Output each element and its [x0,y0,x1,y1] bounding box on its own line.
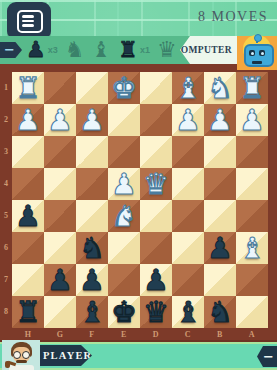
square-c6[interactable] [172,232,204,264]
square-d4[interactable]: ♛ [140,168,172,200]
rank-label-2: 2 [0,104,12,136]
square-g3[interactable] [44,136,76,168]
avatar-mustache [16,360,27,364]
square-g7[interactable]: ♟ [44,264,76,296]
square-c3[interactable] [172,136,204,168]
square-c2[interactable]: ♟ [172,104,204,136]
square-a7[interactable] [236,264,268,296]
square-b8[interactable]: ♞ [204,296,236,328]
square-h4[interactable] [12,168,44,200]
square-d1[interactable] [140,72,172,104]
square-b3[interactable] [204,136,236,168]
rank-label-3: 3 [0,136,12,168]
square-c7[interactable] [172,264,204,296]
hamburger-icon [17,10,43,33]
square-c1[interactable]: ♝ [172,72,204,104]
square-c5[interactable] [172,200,204,232]
piece-white-king-e1[interactable]: ♚ [108,72,140,104]
piece-white-pawn-a2[interactable]: ♟ [236,104,268,136]
piece-white-pawn-e4[interactable]: ♟ [108,168,140,200]
computer-score: − [4,42,15,58]
rank-label-6: 6 [0,232,12,264]
square-e2[interactable] [108,104,140,136]
captured-rook-icon: ♜ [118,36,138,64]
glasses-icon [22,351,30,359]
square-b7[interactable] [204,264,236,296]
piece-white-knight-b1[interactable]: ♞ [204,72,236,104]
square-d6[interactable] [140,232,172,264]
robot-antenna-ball [254,34,262,42]
move-counter: 8 MOVES [198,8,268,26]
robot-icon [244,44,274,67]
piece-black-rook-h8[interactable]: ♜ [12,296,44,328]
square-a1[interactable]: ♜ [236,72,268,104]
square-f5[interactable] [76,200,108,232]
file-label-f: F [76,328,108,342]
board-squares: ♜♚♝♞♜♟♟♟♟♟♟♟♛♟♞♞♟♝♟♟♟♜♝♚♛♝♞ [12,72,268,328]
square-h5[interactable]: ♟ [12,200,44,232]
menu-button[interactable] [7,2,51,40]
piece-black-pawn-b6[interactable]: ♟ [204,232,236,264]
piece-white-pawn-h2[interactable]: ♟ [12,104,44,136]
square-e4[interactable]: ♟ [108,168,140,200]
square-d2[interactable] [140,104,172,136]
avatar-shirt [9,365,34,370]
square-h8[interactable]: ♜ [12,296,44,328]
piece-black-pawn-f7[interactable]: ♟ [76,264,108,296]
captured-pawn-icon: ♟ [26,36,46,64]
piece-black-king-e8[interactable]: ♚ [108,296,140,328]
square-h1[interactable]: ♜ [12,72,44,104]
square-d7[interactable]: ♟ [140,264,172,296]
captured-queen-icon: ♛ [157,36,177,64]
square-a5[interactable] [236,200,268,232]
square-e1[interactable]: ♚ [108,72,140,104]
square-g5[interactable] [44,200,76,232]
piece-black-pawn-d7[interactable]: ♟ [140,264,172,296]
rank-label-4: 4 [0,168,12,200]
square-g8[interactable] [44,296,76,328]
square-a8[interactable] [236,296,268,328]
square-h2[interactable]: ♟ [12,104,44,136]
piece-black-bishop-f8[interactable]: ♝ [76,296,108,328]
square-f2[interactable]: ♟ [76,104,108,136]
square-c8[interactable]: ♝ [172,296,204,328]
square-b6[interactable]: ♟ [204,232,236,264]
square-g6[interactable] [44,232,76,264]
piece-white-pawn-f2[interactable]: ♟ [76,104,108,136]
square-f1[interactable] [76,72,108,104]
square-a4[interactable] [236,168,268,200]
square-e6[interactable] [108,232,140,264]
file-label-e: E [108,328,140,342]
square-e8[interactable]: ♚ [108,296,140,328]
chess-app: 8 MOVES − ♟x3♞♝♜x1♛ COMPUTER 12345678 ♜♚… [0,0,277,370]
square-g1[interactable] [44,72,76,104]
computer-captured-tray: ♟x3♞♝♜x1♛ [26,36,177,64]
piece-white-bishop-a6[interactable]: ♝ [236,232,268,264]
square-b4[interactable] [204,168,236,200]
piece-white-pawn-b2[interactable]: ♟ [204,104,236,136]
square-b5[interactable] [204,200,236,232]
square-e3[interactable] [108,136,140,168]
rank-label-8: 8 [0,296,12,328]
piece-black-bishop-c8[interactable]: ♝ [172,296,204,328]
computer-name-band: COMPUTER [180,36,237,64]
piece-white-queen-d4[interactable]: ♛ [140,168,172,200]
player-name-banner: PLAYER [34,345,92,366]
square-f6[interactable]: ♞ [76,232,108,264]
captured-rook-count: x1 [140,35,150,65]
square-h6[interactable] [12,232,44,264]
square-b2[interactable]: ♟ [204,104,236,136]
file-labels: HGFEDCBA [12,328,268,342]
piece-black-pawn-h5[interactable]: ♟ [12,200,44,232]
chess-board: 12345678 ♜♚♝♞♜♟♟♟♟♟♟♟♛♟♞♞♟♝♟♟♟♜♝♚♛♝♞ HGF… [0,64,277,342]
square-h3[interactable] [12,136,44,168]
player-score: − [263,346,274,367]
file-label-c: C [172,328,204,342]
piece-white-rook-a1[interactable]: ♜ [236,72,268,104]
square-a2[interactable]: ♟ [236,104,268,136]
piece-black-knight-f6[interactable]: ♞ [76,232,108,264]
glasses-icon [13,351,21,359]
square-d5[interactable] [140,200,172,232]
rank-labels: 12345678 [0,72,12,328]
piece-black-knight-b8[interactable]: ♞ [204,296,236,328]
file-label-a: A [236,328,268,342]
captured-bishop-icon: ♝ [91,36,111,64]
square-b1[interactable]: ♞ [204,72,236,104]
rank-label-1: 1 [0,72,12,104]
square-d8[interactable]: ♛ [140,296,172,328]
piece-white-knight-e5[interactable]: ♞ [108,200,140,232]
square-f7[interactable]: ♟ [76,264,108,296]
captured-pawn-count: x3 [48,35,58,65]
square-e7[interactable] [108,264,140,296]
file-label-b: B [204,328,236,342]
piece-white-bishop-c1[interactable]: ♝ [172,72,204,104]
rank-label-5: 5 [0,200,12,232]
square-a3[interactable] [236,136,268,168]
square-f4[interactable] [76,168,108,200]
square-f8[interactable]: ♝ [76,296,108,328]
piece-white-pawn-g2[interactable]: ♟ [44,104,76,136]
square-d3[interactable] [140,136,172,168]
square-f3[interactable] [76,136,108,168]
file-label-g: G [44,328,76,342]
computer-avatar [237,36,277,70]
square-a6[interactable]: ♝ [236,232,268,264]
square-c4[interactable] [172,168,204,200]
piece-white-rook-h1[interactable]: ♜ [12,72,44,104]
piece-black-pawn-g7[interactable]: ♟ [44,264,76,296]
piece-white-pawn-c2[interactable]: ♟ [172,104,204,136]
rank-label-7: 7 [0,264,12,296]
square-h7[interactable] [12,264,44,296]
captured-knight-icon: ♞ [65,36,85,64]
file-label-d: D [140,328,172,342]
square-g4[interactable] [44,168,76,200]
square-g2[interactable]: ♟ [44,104,76,136]
piece-black-queen-d8[interactable]: ♛ [140,296,172,328]
player-avatar [2,340,40,370]
square-e5[interactable]: ♞ [108,200,140,232]
